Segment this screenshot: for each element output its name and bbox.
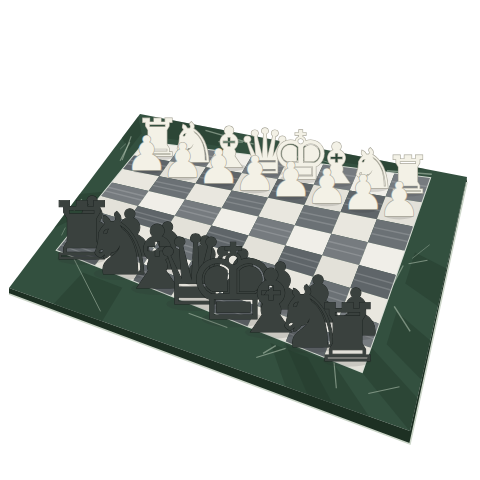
chessboard: ♜♞♝♛♚♝♞♜♟♟♟♟♟♟♟♟♟♟♟♟♟♟♟♟♜♞♝♛♚♝♞♜	[0, 0, 480, 480]
chess-set-photo: ♜♞♝♛♚♝♞♜♟♟♟♟♟♟♟♟♟♟♟♟♟♟♟♟♜♞♝♛♚♝♞♜	[0, 0, 480, 480]
black-rook-h8: ♜	[311, 286, 383, 380]
white-pawn-h2: ♟	[378, 172, 420, 227]
